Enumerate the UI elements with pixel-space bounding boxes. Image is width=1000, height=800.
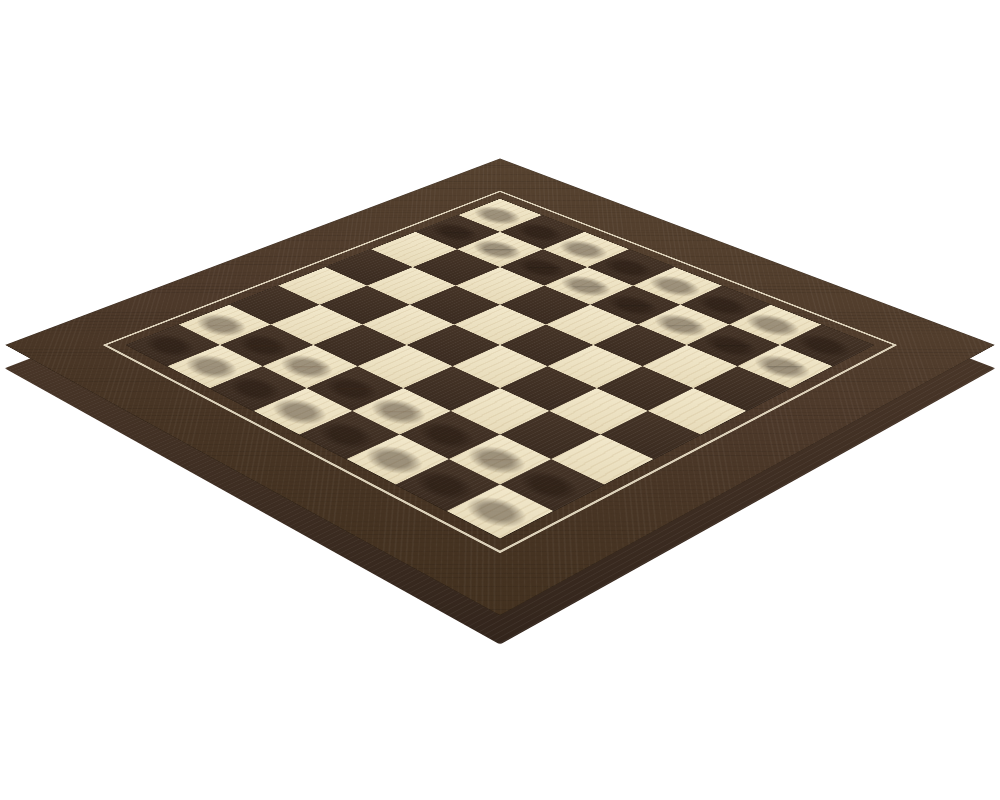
product-photo: ♜♞♝♛♚♝♞♜♟♟♟♟♟♟♟♟♟♟♟♟♟♟♟♟♜♞♝♛♚♝♞♜ <box>0 0 1000 800</box>
black-pawn-icon: ♟ <box>657 261 709 334</box>
black-pawn-icon: ♟ <box>707 280 760 354</box>
scene-3d: ♜♞♝♛♚♝♞♜♟♟♟♟♟♟♟♟♟♟♟♟♟♟♟♟♜♞♝♛♚♝♞♜ <box>0 0 1000 800</box>
white-rook-icon: ♜ <box>462 419 537 524</box>
black-pawn-icon: ♟ <box>519 206 569 275</box>
black-pawn-icon: ♟ <box>758 300 812 375</box>
black-pawn-icon: ♟ <box>610 242 661 314</box>
black-pawn-icon: ♟ <box>476 189 525 257</box>
chess-board: ♜♞♝♛♚♝♞♜♟♟♟♟♟♟♟♟♟♟♟♟♟♟♟♟♜♞♝♛♚♝♞♜ <box>5 159 995 616</box>
black-pawn-icon: ♟ <box>563 224 613 294</box>
black-pawn-icon: ♟ <box>434 173 482 240</box>
